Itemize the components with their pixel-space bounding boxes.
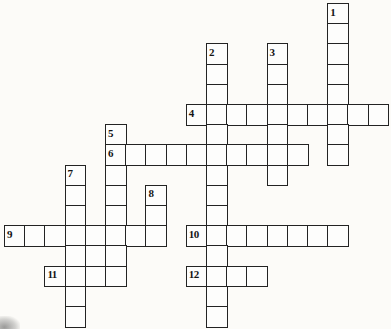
cell-r7c14[interactable] — [287, 144, 309, 166]
cell-r2c13[interactable] — [267, 43, 289, 65]
cell-r13c12[interactable] — [246, 266, 268, 288]
cell-r12c5[interactable] — [105, 245, 127, 267]
cell-r4c16[interactable] — [327, 84, 349, 106]
cell-r13c11[interactable] — [226, 266, 248, 288]
cell-r5c9[interactable] — [186, 104, 208, 126]
cell-r2c10[interactable] — [206, 43, 228, 65]
cell-r12c3[interactable] — [65, 245, 87, 267]
cell-r8c13[interactable] — [267, 165, 289, 187]
cell-r6c10[interactable] — [206, 124, 228, 146]
cell-r7c10[interactable] — [206, 144, 228, 166]
cell-r13c10[interactable] — [206, 266, 228, 288]
cell-r9c10[interactable] — [206, 185, 228, 207]
cell-r11c16[interactable] — [327, 225, 349, 247]
cell-r8c3[interactable] — [65, 165, 87, 187]
cell-r14c10[interactable] — [206, 286, 228, 308]
cell-r11c9[interactable] — [186, 225, 208, 247]
cell-r8c5[interactable] — [105, 165, 127, 187]
cell-r7c12[interactable] — [246, 144, 268, 166]
cell-r8c10[interactable] — [206, 165, 228, 187]
cell-r12c4[interactable] — [85, 245, 107, 267]
cell-r1c16[interactable] — [327, 23, 349, 45]
cell-r4c10[interactable] — [206, 84, 228, 106]
cell-r10c10[interactable] — [206, 205, 228, 227]
cell-r5c16[interactable] — [327, 104, 349, 126]
cell-r9c7[interactable] — [145, 185, 167, 207]
cell-r11c12[interactable] — [246, 225, 268, 247]
cell-r7c7[interactable] — [145, 144, 167, 166]
cell-r7c13[interactable] — [267, 144, 289, 166]
cell-r5c12[interactable] — [246, 104, 268, 126]
cell-r13c4[interactable] — [85, 266, 107, 288]
cell-r11c1[interactable] — [24, 225, 46, 247]
cell-r7c6[interactable] — [125, 144, 147, 166]
cell-r7c9[interactable] — [186, 144, 208, 166]
cell-r15c10[interactable] — [206, 306, 228, 328]
cell-r11c13[interactable] — [267, 225, 289, 247]
cell-r11c5[interactable] — [105, 225, 127, 247]
cell-r11c14[interactable] — [287, 225, 309, 247]
cell-r13c9[interactable] — [186, 266, 208, 288]
cell-r5c17[interactable] — [347, 104, 369, 126]
cell-r6c5[interactable] — [105, 124, 127, 146]
cell-r11c4[interactable] — [85, 225, 107, 247]
cell-r5c13[interactable] — [267, 104, 289, 126]
cell-r13c5[interactable] — [105, 266, 127, 288]
cell-r14c3[interactable] — [65, 286, 87, 308]
cell-r10c3[interactable] — [65, 205, 87, 227]
cell-r11c11[interactable] — [226, 225, 248, 247]
crossword-board: 123456789101112 — [0, 0, 391, 329]
cell-r10c5[interactable] — [105, 205, 127, 227]
cell-r5c15[interactable] — [307, 104, 329, 126]
cell-r7c5[interactable] — [105, 144, 127, 166]
cell-r11c15[interactable] — [307, 225, 329, 247]
cell-r2c16[interactable] — [327, 43, 349, 65]
cell-r11c2[interactable] — [44, 225, 66, 247]
scan-smudge-artifact — [0, 316, 20, 329]
cell-r3c16[interactable] — [327, 64, 349, 86]
cell-r9c5[interactable] — [105, 185, 127, 207]
cell-r11c0[interactable] — [4, 225, 26, 247]
cell-r10c7[interactable] — [145, 205, 167, 227]
cell-r9c3[interactable] — [65, 185, 87, 207]
cell-r11c3[interactable] — [65, 225, 87, 247]
cell-r5c18[interactable] — [368, 104, 390, 126]
cell-r6c13[interactable] — [267, 124, 289, 146]
cell-r5c14[interactable] — [287, 104, 309, 126]
cell-r11c6[interactable] — [125, 225, 147, 247]
cell-r7c11[interactable] — [226, 144, 248, 166]
cell-r13c2[interactable] — [44, 266, 66, 288]
cell-r15c3[interactable] — [65, 306, 87, 328]
cell-r11c10[interactable] — [206, 225, 228, 247]
cell-r5c11[interactable] — [226, 104, 248, 126]
cell-r7c16[interactable] — [327, 144, 349, 166]
cell-r6c16[interactable] — [327, 124, 349, 146]
cell-r13c3[interactable] — [65, 266, 87, 288]
cell-r11c7[interactable] — [145, 225, 167, 247]
cell-r12c10[interactable] — [206, 245, 228, 267]
cell-r0c16[interactable] — [327, 3, 349, 25]
cell-r5c10[interactable] — [206, 104, 228, 126]
cell-r7c8[interactable] — [166, 144, 188, 166]
cell-r3c13[interactable] — [267, 64, 289, 86]
cell-r4c13[interactable] — [267, 84, 289, 106]
cell-r3c10[interactable] — [206, 64, 228, 86]
